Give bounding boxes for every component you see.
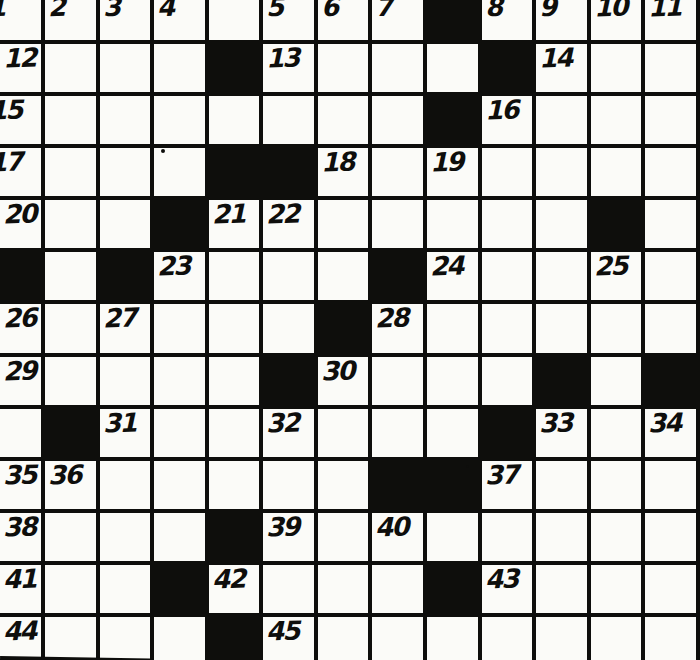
grid-cell[interactable]: 25 bbox=[591, 252, 646, 304]
grid-cell[interactable] bbox=[482, 513, 537, 565]
grid-cell[interactable] bbox=[100, 461, 155, 513]
grid-cell[interactable]: 24 bbox=[427, 252, 482, 304]
grid-cell[interactable] bbox=[536, 565, 591, 617]
grid-cell[interactable]: 34 bbox=[645, 409, 700, 461]
grid-cell[interactable]: 44 bbox=[0, 617, 45, 660]
clue-number: 33 bbox=[539, 409, 572, 436]
grid-cell[interactable] bbox=[45, 148, 100, 200]
grid-cell[interactable]: 14 bbox=[536, 44, 591, 96]
grid-cell[interactable]: 4 bbox=[154, 0, 209, 44]
grid-cell[interactable]: 22 bbox=[263, 200, 318, 252]
clue-number: 20 bbox=[3, 201, 36, 228]
grid-cell[interactable]: 8 bbox=[482, 0, 537, 44]
grid-cell[interactable]: 6 bbox=[318, 0, 373, 44]
grid-cell[interactable]: 13 bbox=[263, 44, 318, 96]
grid-cell[interactable] bbox=[427, 44, 482, 96]
grid-cell[interactable] bbox=[154, 617, 209, 660]
clue-number: 11 bbox=[648, 0, 681, 21]
grid-cell[interactable] bbox=[263, 461, 318, 513]
grid-cell[interactable] bbox=[482, 304, 537, 356]
black-cell bbox=[372, 461, 427, 513]
black-cell bbox=[591, 200, 646, 252]
grid-cell[interactable] bbox=[100, 565, 155, 617]
grid-cell[interactable]: 15 bbox=[0, 96, 45, 148]
clue-number: 1 bbox=[0, 0, 5, 20]
grid-cell[interactable]: 27 bbox=[100, 304, 155, 356]
grid-cell[interactable] bbox=[318, 513, 373, 565]
clue-number: 7 bbox=[375, 0, 392, 20]
grid-cell[interactable] bbox=[482, 357, 537, 409]
grid-cell[interactable] bbox=[100, 44, 155, 96]
clue-number: 8 bbox=[484, 0, 501, 20]
grid-cell[interactable] bbox=[100, 96, 155, 148]
ink-dot bbox=[466, 465, 469, 468]
clue-number: 44 bbox=[3, 617, 36, 644]
black-cell bbox=[154, 565, 209, 617]
black-cell bbox=[482, 409, 537, 461]
grid-cell[interactable]: 39 bbox=[263, 513, 318, 565]
grid-cell[interactable] bbox=[482, 252, 537, 304]
grid-cell[interactable] bbox=[154, 357, 209, 409]
clue-number: 14 bbox=[539, 44, 572, 71]
grid-cell[interactable]: 28 bbox=[372, 304, 427, 356]
grid-cell[interactable] bbox=[154, 44, 209, 96]
clue-number: 39 bbox=[266, 513, 299, 540]
grid-cell[interactable] bbox=[536, 252, 591, 304]
grid-cell[interactable] bbox=[427, 409, 482, 461]
grid-cell[interactable] bbox=[536, 200, 591, 252]
black-cell bbox=[0, 252, 45, 304]
clue-number: 43 bbox=[484, 565, 517, 592]
grid-cell[interactable] bbox=[536, 304, 591, 356]
clue-number: 2 bbox=[48, 0, 65, 20]
clue-number: 6 bbox=[320, 0, 337, 20]
grid-cell[interactable] bbox=[45, 200, 100, 252]
grid-cell[interactable] bbox=[591, 96, 646, 148]
grid-cell[interactable] bbox=[318, 96, 373, 148]
grid-cell[interactable] bbox=[154, 409, 209, 461]
grid-cell[interactable]: 33 bbox=[536, 409, 591, 461]
clue-number: 16 bbox=[484, 97, 517, 124]
grid-cell[interactable] bbox=[209, 96, 264, 148]
grid-cell[interactable]: 36 bbox=[45, 461, 100, 513]
grid-cell[interactable] bbox=[645, 44, 700, 96]
grid-cell[interactable] bbox=[45, 96, 100, 148]
grid-cell[interactable] bbox=[45, 513, 100, 565]
grid-cell[interactable] bbox=[482, 200, 537, 252]
clue-number: 38 bbox=[3, 513, 36, 540]
grid-cell[interactable]: 29 bbox=[0, 357, 45, 409]
grid-cell[interactable]: 31 bbox=[100, 409, 155, 461]
grid-cell[interactable] bbox=[209, 252, 264, 304]
grid-cell[interactable] bbox=[536, 96, 591, 148]
grid-cell[interactable] bbox=[45, 617, 100, 660]
grid-cell[interactable]: 10 bbox=[591, 0, 646, 44]
grid-cell[interactable] bbox=[100, 148, 155, 200]
clue-number: 12 bbox=[3, 44, 36, 71]
grid-cell[interactable] bbox=[318, 252, 373, 304]
black-cell bbox=[209, 513, 264, 565]
grid-cell[interactable]: 9 bbox=[536, 0, 591, 44]
black-cell bbox=[372, 252, 427, 304]
grid-cell[interactable] bbox=[645, 513, 700, 565]
grid-cell[interactable]: 2 bbox=[45, 0, 100, 44]
grid-cell[interactable]: 37 bbox=[482, 461, 537, 513]
grid-cell[interactable] bbox=[318, 617, 373, 660]
grid-cell[interactable] bbox=[372, 44, 427, 96]
clue-number: 45 bbox=[266, 617, 299, 644]
clue-number: 41 bbox=[3, 565, 36, 592]
clue-number: 25 bbox=[593, 253, 626, 280]
grid-cell[interactable] bbox=[154, 148, 209, 200]
grid-cell[interactable] bbox=[645, 565, 700, 617]
grid-cell[interactable] bbox=[591, 617, 646, 660]
grid-cell[interactable]: 43 bbox=[482, 565, 537, 617]
clue-number: 24 bbox=[430, 253, 463, 280]
grid-cell[interactable] bbox=[45, 44, 100, 96]
black-cell bbox=[209, 617, 264, 660]
grid-cell[interactable] bbox=[645, 148, 700, 200]
grid-cell[interactable]: 19 bbox=[427, 148, 482, 200]
grid-cell[interactable] bbox=[591, 461, 646, 513]
clue-number: 32 bbox=[266, 409, 299, 436]
grid-cell[interactable] bbox=[0, 409, 45, 461]
grid-cell[interactable] bbox=[645, 617, 700, 660]
clue-number: 4 bbox=[157, 0, 174, 20]
grid-cell[interactable] bbox=[154, 461, 209, 513]
grid-cell[interactable]: 38 bbox=[0, 513, 45, 565]
grid-cell[interactable] bbox=[318, 565, 373, 617]
grid-cell[interactable]: 16 bbox=[482, 96, 537, 148]
clue-number: 5 bbox=[266, 0, 283, 20]
grid-cell[interactable] bbox=[100, 357, 155, 409]
clue-number: 36 bbox=[48, 461, 81, 488]
grid-cell[interactable]: 23 bbox=[154, 252, 209, 304]
clue-number: 27 bbox=[102, 305, 135, 332]
grid-cell[interactable] bbox=[427, 304, 482, 356]
grid-cell[interactable]: 21 bbox=[209, 200, 264, 252]
grid-cell[interactable] bbox=[263, 252, 318, 304]
grid-cell[interactable] bbox=[591, 565, 646, 617]
grid-cell[interactable] bbox=[482, 148, 537, 200]
grid-cell[interactable] bbox=[427, 617, 482, 660]
grid-cell[interactable] bbox=[645, 252, 700, 304]
grid-cell[interactable] bbox=[591, 44, 646, 96]
black-cell bbox=[482, 44, 537, 96]
grid-cell[interactable]: 35 bbox=[0, 461, 45, 513]
grid-cell[interactable] bbox=[100, 617, 155, 660]
black-cell bbox=[427, 461, 482, 513]
black-cell bbox=[318, 304, 373, 356]
grid-cell[interactable] bbox=[263, 565, 318, 617]
grid-cell[interactable]: 30 bbox=[318, 357, 373, 409]
grid-cell[interactable] bbox=[372, 148, 427, 200]
clue-number: 37 bbox=[484, 461, 517, 488]
grid-cell[interactable]: 7 bbox=[372, 0, 427, 44]
grid-cell[interactable] bbox=[372, 409, 427, 461]
ink-dot bbox=[161, 149, 165, 153]
grid-cell[interactable] bbox=[591, 304, 646, 356]
clue-number: 30 bbox=[320, 357, 353, 384]
black-cell bbox=[263, 357, 318, 409]
black-cell bbox=[45, 409, 100, 461]
grid-cell[interactable]: 12 bbox=[0, 44, 45, 96]
grid-cell[interactable] bbox=[427, 357, 482, 409]
grid-cell[interactable] bbox=[482, 617, 537, 660]
grid-cell[interactable] bbox=[591, 148, 646, 200]
clue-number: 17 bbox=[0, 149, 22, 176]
grid-cell[interactable] bbox=[263, 96, 318, 148]
clue-number: 35 bbox=[3, 461, 36, 488]
grid-cell[interactable] bbox=[154, 513, 209, 565]
grid-cell[interactable] bbox=[536, 148, 591, 200]
grid-cell[interactable]: 20 bbox=[0, 200, 45, 252]
clue-number: 15 bbox=[0, 97, 22, 124]
grid-cell[interactable] bbox=[372, 200, 427, 252]
grid-cell[interactable]: 41 bbox=[0, 565, 45, 617]
black-cell bbox=[154, 200, 209, 252]
clue-number: 18 bbox=[320, 149, 353, 176]
grid-cell[interactable] bbox=[536, 513, 591, 565]
grid-cell[interactable] bbox=[645, 461, 700, 513]
grid-cell[interactable] bbox=[318, 44, 373, 96]
black-cell bbox=[209, 44, 264, 96]
grid-cell[interactable] bbox=[209, 0, 264, 44]
grid-cell[interactable] bbox=[209, 461, 264, 513]
clue-number: 40 bbox=[375, 513, 408, 540]
grid-cell[interactable]: 18 bbox=[318, 148, 373, 200]
grid-cell[interactable]: 26 bbox=[0, 304, 45, 356]
grid-cell[interactable] bbox=[427, 513, 482, 565]
clue-number: 42 bbox=[211, 565, 244, 592]
black-cell bbox=[427, 565, 482, 617]
grid-cell[interactable] bbox=[45, 565, 100, 617]
black-cell bbox=[427, 96, 482, 148]
grid-cell[interactable] bbox=[591, 409, 646, 461]
grid-cell[interactable] bbox=[318, 461, 373, 513]
grid-cell[interactable] bbox=[645, 304, 700, 356]
grid-cell[interactable]: 1 bbox=[0, 0, 45, 44]
grid-cell[interactable] bbox=[536, 461, 591, 513]
clue-number: 34 bbox=[648, 409, 681, 436]
grid-cell[interactable]: 40 bbox=[372, 513, 427, 565]
clue-number: 19 bbox=[430, 149, 463, 176]
black-cell bbox=[100, 252, 155, 304]
grid-cell[interactable] bbox=[427, 200, 482, 252]
grid-cell[interactable] bbox=[45, 304, 100, 356]
clue-number: 22 bbox=[266, 201, 299, 228]
grid-cell[interactable] bbox=[645, 96, 700, 148]
grid-cell[interactable] bbox=[372, 617, 427, 660]
grid-cell[interactable] bbox=[45, 357, 100, 409]
grid-cell[interactable]: 11 bbox=[645, 0, 700, 44]
clue-number: 3 bbox=[102, 0, 119, 20]
grid-cell[interactable] bbox=[372, 565, 427, 617]
grid-cell[interactable] bbox=[209, 357, 264, 409]
grid-cell[interactable]: 3 bbox=[100, 0, 155, 44]
grid-cell[interactable] bbox=[645, 200, 700, 252]
clue-number: 28 bbox=[375, 305, 408, 332]
grid-cell[interactable] bbox=[318, 200, 373, 252]
grid-cell[interactable] bbox=[318, 409, 373, 461]
grid-cell[interactable] bbox=[536, 617, 591, 660]
grid-cell[interactable] bbox=[154, 304, 209, 356]
black-cell bbox=[209, 148, 264, 200]
grid-cell[interactable] bbox=[45, 252, 100, 304]
clue-number: 29 bbox=[3, 357, 36, 384]
clue-number: 26 bbox=[3, 305, 36, 332]
grid-cell[interactable] bbox=[263, 304, 318, 356]
grid-cell[interactable]: 17 bbox=[0, 148, 45, 200]
grid-cell[interactable]: 45 bbox=[263, 617, 318, 660]
crossword-grid: 1234567891011121314151617181920212223242… bbox=[0, 0, 700, 660]
grid-cell[interactable] bbox=[100, 200, 155, 252]
grid-cell[interactable]: 42 bbox=[209, 565, 264, 617]
clue-number: 10 bbox=[593, 0, 626, 21]
black-cell bbox=[645, 357, 700, 409]
clue-number: 21 bbox=[211, 201, 244, 228]
black-cell bbox=[263, 148, 318, 200]
grid-cell[interactable] bbox=[372, 96, 427, 148]
grid-cell[interactable] bbox=[154, 96, 209, 148]
clue-number: 9 bbox=[539, 0, 556, 20]
grid-cell[interactable]: 32 bbox=[263, 409, 318, 461]
clue-number: 23 bbox=[157, 253, 190, 280]
grid-cell[interactable] bbox=[591, 513, 646, 565]
grid-cell[interactable] bbox=[591, 357, 646, 409]
grid-cell[interactable] bbox=[209, 304, 264, 356]
grid-cell[interactable]: 5 bbox=[263, 0, 318, 44]
grid-cell[interactable] bbox=[100, 513, 155, 565]
grid-cell[interactable] bbox=[372, 357, 427, 409]
clue-number: 13 bbox=[266, 44, 299, 71]
grid-cell[interactable] bbox=[209, 409, 264, 461]
clue-number: 31 bbox=[102, 409, 135, 436]
black-cell bbox=[427, 0, 482, 44]
black-cell bbox=[536, 357, 591, 409]
